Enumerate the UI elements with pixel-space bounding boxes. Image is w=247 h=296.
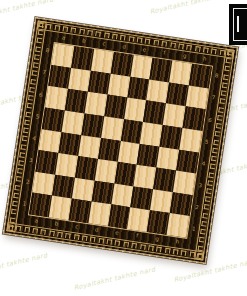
square-h5[interactable] (179, 128, 202, 152)
meander-cell (18, 160, 24, 166)
square-h3[interactable] (173, 171, 196, 195)
meander-cell (54, 25, 60, 31)
square-h8[interactable] (189, 64, 212, 88)
meander-cell (211, 48, 217, 54)
meander-cell (129, 36, 135, 42)
meander-cell (38, 30, 44, 36)
brand-logo (229, 4, 247, 45)
meander-cell (201, 221, 207, 227)
meander-cell (123, 242, 129, 248)
meander-cell (148, 245, 154, 251)
meander-cell (213, 139, 219, 145)
meander-cell (98, 238, 104, 244)
meander-cell (145, 39, 151, 45)
meander-cell (212, 148, 218, 154)
meander-cell (13, 193, 19, 199)
meander-cell (57, 232, 63, 238)
meander-cell (32, 228, 38, 234)
meander-cell (24, 119, 30, 125)
meander-cell (207, 180, 213, 186)
meander-cell (224, 66, 230, 72)
meander-cell (196, 253, 202, 259)
brand-logo-frame (233, 8, 247, 41)
meander-cell (215, 131, 221, 137)
meander-cell (217, 115, 223, 121)
square-h4[interactable] (176, 149, 199, 173)
meander-cell (107, 239, 113, 245)
meander-cell (39, 22, 45, 28)
meander-cell (115, 240, 121, 246)
meander-cell (203, 47, 209, 53)
meander-cell (209, 172, 215, 178)
meander-cell (74, 234, 80, 240)
meander-cell (65, 233, 71, 239)
meander-cell (112, 34, 118, 40)
meander-cell (19, 152, 25, 158)
meander-cell (79, 29, 85, 35)
meander-cell (34, 54, 40, 60)
meander-cell (12, 201, 18, 207)
meander-cell (27, 103, 33, 109)
meander-cell (16, 226, 22, 232)
meander-cell (140, 244, 146, 250)
meander-cell (218, 107, 224, 113)
meander-cell (21, 144, 27, 150)
meander-cell (16, 176, 22, 182)
meander-cell (173, 249, 179, 255)
meander-cell (71, 28, 77, 34)
squares-grid (28, 42, 213, 239)
meander-cell (63, 26, 69, 32)
meander-cell (90, 237, 96, 243)
meander-cell (22, 136, 28, 142)
meander-cell (10, 217, 16, 223)
meander-cell (137, 37, 143, 43)
watermark-text: Royaltakht takhte nard (149, 0, 232, 16)
watermark-text: Royaltakht takhte nard (0, 251, 48, 278)
square-h2[interactable] (170, 192, 193, 216)
meander-cell (206, 188, 212, 194)
meander-cell (164, 248, 170, 254)
meander-cell (120, 35, 126, 41)
meander-cell (87, 30, 93, 36)
meander-cell (17, 168, 23, 174)
meander-cell (28, 95, 34, 101)
meander-cell (131, 243, 137, 249)
meander-cell (181, 250, 187, 256)
meander-cell (202, 213, 208, 219)
meander-cell (223, 74, 229, 80)
meander-cell (96, 31, 102, 37)
meander-cell (8, 225, 14, 231)
meander-cell (29, 87, 35, 93)
meander-cell (222, 82, 228, 88)
meander-cell (170, 42, 176, 48)
meander-cell (24, 227, 30, 233)
meander-cell (33, 62, 39, 68)
brand-logo-mark (237, 16, 239, 32)
meander-cell (15, 185, 21, 191)
meander-cell (204, 205, 210, 211)
meander-cell (162, 41, 168, 47)
meander-cell (49, 231, 55, 237)
meander-cell (35, 46, 41, 52)
square-h7[interactable] (186, 85, 209, 109)
meander-cell (199, 237, 205, 243)
meander-cell (156, 247, 162, 253)
watermark-text: Royaltakht takhte nard (73, 265, 156, 292)
meander-cell (200, 229, 206, 235)
square-h6[interactable] (183, 107, 206, 131)
meander-cell (216, 123, 222, 129)
square-h1[interactable] (167, 213, 190, 237)
meander-cell (41, 229, 47, 235)
meander-cell (186, 45, 192, 51)
meander-cell (198, 245, 204, 251)
meander-cell (195, 46, 201, 52)
meander-cell (210, 164, 216, 170)
meander-cell (82, 235, 88, 241)
product-photo: Royaltakht takhte nard Royaltakht takhte… (0, 0, 247, 296)
meander-cell (32, 71, 38, 77)
meander-cell (23, 128, 29, 134)
meander-cell (153, 40, 159, 46)
meander-cell (220, 99, 226, 105)
meander-cell (11, 209, 17, 215)
watermark-text: Royaltakht takhte nard (173, 257, 247, 284)
meander-cell (221, 91, 227, 97)
meander-cell (205, 196, 211, 202)
meander-cell (104, 32, 110, 38)
chess-board: abcdefgh abcdefgh 87654321 87654321 (3, 17, 238, 264)
meander-cell (227, 50, 233, 56)
meander-cell (211, 156, 217, 162)
meander-cell (178, 44, 184, 50)
meander-cell (36, 38, 42, 44)
meander-cell (26, 111, 32, 117)
meander-cell (30, 79, 36, 85)
meander-cell (226, 58, 232, 64)
meander-cell (46, 24, 52, 30)
